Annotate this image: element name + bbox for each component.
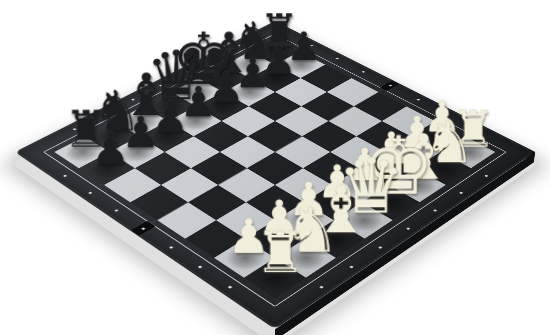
piece-black-pawn-a7: ♟	[86, 127, 134, 171]
product-photo-background: ♜♞♝♛♚♝♞♜♟♟♟♟♟♟♟♟♟♟♟♟♟♟♟♟♜♞♝♛♚♝♞♜	[0, 0, 550, 335]
chess-board: ♜♞♝♛♚♝♞♜♟♟♟♟♟♟♟♟♟♟♟♟♟♟♟♟♜♞♝♛♚♝♞♜	[15, 21, 535, 329]
piece-white-rook-a1: ♜	[249, 224, 311, 280]
